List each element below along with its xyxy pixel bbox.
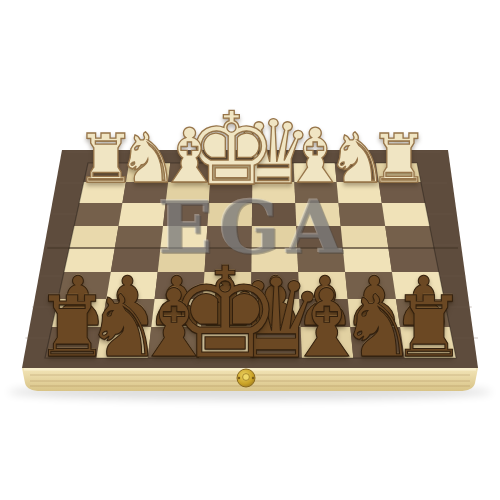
square-c3[interactable]	[295, 203, 340, 226]
square-b3[interactable]	[339, 203, 386, 226]
square-b4[interactable]	[341, 226, 389, 248]
square-h3[interactable]	[74, 203, 122, 226]
piece-black-rook-h8[interactable]: ♜	[30, 285, 114, 369]
square-c4[interactable]	[296, 226, 343, 248]
square-h4[interactable]	[69, 226, 118, 248]
square-a3[interactable]	[382, 203, 430, 226]
square-g4[interactable]	[115, 226, 163, 248]
square-a4[interactable]	[385, 226, 434, 248]
square-g3[interactable]	[119, 203, 166, 226]
piece-white-rook-h1[interactable]: ♜	[72, 126, 139, 193]
chess-set-photo: EGA ♜♞♝♛♚♝♞♜♟♟♟♟♟♟♟♟♜♞♝♛♚♝♞♜	[0, 0, 500, 500]
